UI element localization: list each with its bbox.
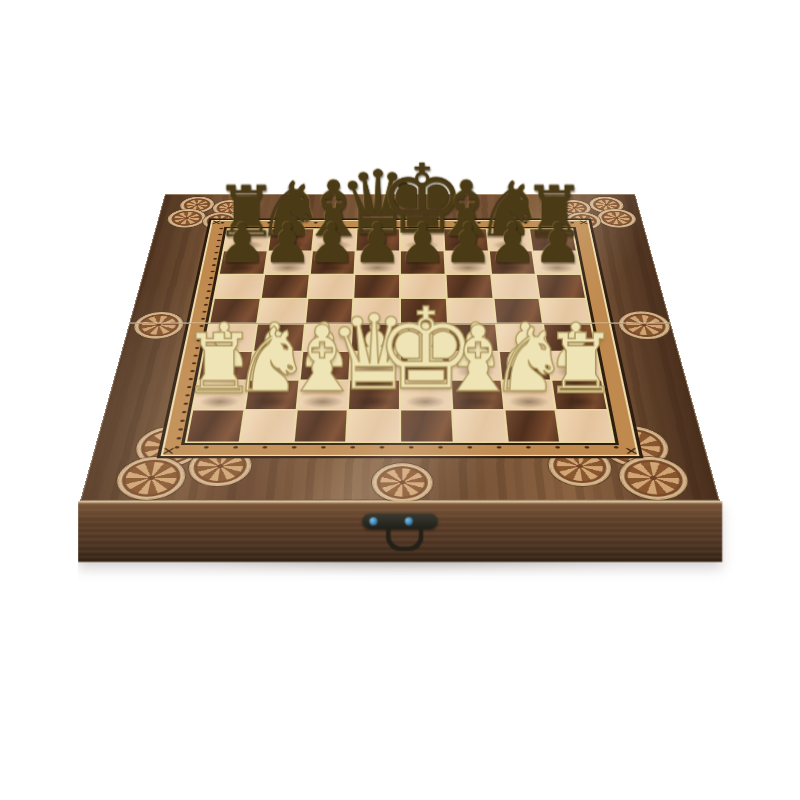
square-f7: ♟ [445, 251, 489, 273]
clasp-screw [405, 517, 413, 525]
rosette-inlay [166, 209, 208, 227]
piece-black-pawn: ♟ [488, 216, 537, 271]
square-a6 [215, 274, 263, 297]
chess-board: ✕ ✕ ✕ ✕ ♜♞♝♛♚♝♞♜♟♟♟♟♟♟♟♟♟♟♟♟♟♟♟♟♜♞♝♛♚♝♞♜ [80, 194, 720, 500]
piece-black-pawn: ♟ [443, 216, 492, 271]
piece-black-pawn: ♟ [353, 216, 402, 271]
rosette-inlay [616, 457, 693, 500]
rosette-inlay [372, 463, 433, 502]
square-g7: ♟ [489, 251, 535, 273]
border-corner-mark: ✕ [160, 446, 176, 457]
piece-black-pawn: ♟ [263, 216, 312, 271]
piece-black-pawn: ♟ [308, 216, 357, 271]
square-b1 [241, 411, 295, 442]
playing-area-border: ✕ ✕ ✕ ✕ ♜♞♝♛♚♝♞♜♟♟♟♟♟♟♟♟♟♟♟♟♟♟♟♟♜♞♝♛♚♝♞♜ [157, 219, 644, 459]
product-photo: ✕ ✕ ✕ ✕ ♜♞♝♛♚♝♞♜♟♟♟♟♟♟♟♟♟♟♟♟♟♟♟♟♜♞♝♛♚♝♞♜ [0, 0, 800, 800]
rosette-inlay [616, 311, 673, 339]
square-h1 [557, 411, 613, 442]
square-f1 [453, 411, 506, 442]
piece-black-pawn: ♟ [398, 216, 447, 271]
piece-black-pawn: ♟ [533, 216, 582, 271]
clasp-screw [369, 517, 377, 525]
square-a1 [187, 411, 243, 442]
piece-black-pawn: ♟ [217, 216, 266, 271]
board-top-surface: ✕ ✕ ✕ ✕ ♜♞♝♛♚♝♞♜♟♟♟♟♟♟♟♟♟♟♟♟♟♟♟♟♜♞♝♛♚♝♞♜ [80, 194, 720, 500]
square-b7: ♟ [265, 251, 311, 273]
square-c1 [294, 411, 347, 442]
border-corner-mark: ✕ [623, 446, 639, 457]
perspective-scene: ✕ ✕ ✕ ✕ ♜♞♝♛♚♝♞♜♟♟♟♟♟♟♟♟♟♟♟♟♟♟♟♟♜♞♝♛♚♝♞♜ [0, 0, 800, 800]
square-b6 [262, 274, 309, 297]
square-e7: ♟ [401, 251, 444, 273]
square-h2: ♜ [553, 380, 607, 409]
square-a7: ♟ [220, 251, 267, 273]
square-d7: ♟ [356, 251, 399, 273]
square-h7: ♟ [534, 251, 581, 273]
rosette-inlay [112, 457, 189, 500]
chess-grid: ♜♞♝♛♚♝♞♜♟♟♟♟♟♟♟♟♟♟♟♟♟♟♟♟♜♞♝♛♚♝♞♜ [181, 227, 619, 445]
rosette-inlay [131, 312, 186, 339]
rosette-inlay [596, 209, 638, 227]
square-e1 [401, 411, 452, 442]
square-g6 [492, 274, 539, 297]
square-h6 [537, 274, 585, 297]
metal-clasp [350, 506, 449, 558]
square-c7: ♟ [310, 251, 354, 273]
square-d1 [348, 411, 399, 442]
board-front-edge [78, 501, 722, 562]
square-g1 [505, 411, 559, 442]
clasp-hook [386, 526, 424, 551]
piece-white-rook: ♜ [544, 323, 618, 405]
